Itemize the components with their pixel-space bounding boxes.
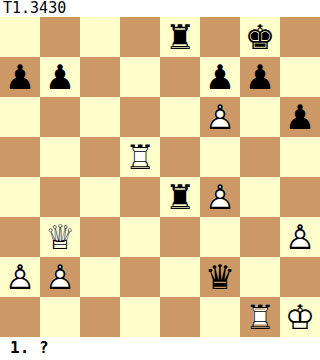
pawn-outline-layer: ♙ [0, 257, 40, 297]
square-e3[interactable] [160, 217, 200, 257]
rook-outline-layer: ♖ [120, 137, 160, 177]
square-d4[interactable] [120, 177, 160, 217]
square-e1[interactable] [160, 297, 200, 337]
square-d1[interactable] [120, 297, 160, 337]
square-c8[interactable] [80, 17, 120, 57]
square-d7[interactable] [120, 57, 160, 97]
square-b2[interactable]: ♟♙ [40, 257, 80, 297]
square-c4[interactable] [80, 177, 120, 217]
piece-black-king: ♚ [240, 17, 280, 57]
square-c5[interactable] [80, 137, 120, 177]
square-f6[interactable]: ♟♙ [200, 97, 240, 137]
square-c2[interactable] [80, 257, 120, 297]
piece-white-pawn: ♟♙ [0, 257, 40, 297]
puzzle-id: T1.3430 [0, 0, 320, 17]
square-f2[interactable]: ♛ [200, 257, 240, 297]
piece-white-pawn: ♟♙ [200, 97, 240, 137]
chess-board: ♜♚♟♟♟♟♟♙♟♜♖♜♟♙♛♕♟♙♟♙♟♙♛♜♖♚♔ [0, 17, 320, 337]
piece-white-pawn: ♟♙ [280, 217, 320, 257]
square-f7[interactable]: ♟ [200, 57, 240, 97]
square-g7[interactable]: ♟ [240, 57, 280, 97]
square-h2[interactable] [280, 257, 320, 297]
pawn-solid-layer: ♟ [40, 57, 80, 97]
pawn-outline-layer: ♙ [280, 217, 320, 257]
pawn-outline-layer: ♙ [200, 177, 240, 217]
rook-outline-layer: ♖ [240, 297, 280, 337]
square-f1[interactable] [200, 297, 240, 337]
pawn-solid-layer: ♟ [200, 57, 240, 97]
square-a4[interactable] [0, 177, 40, 217]
square-f5[interactable] [200, 137, 240, 177]
piece-black-rook: ♜ [160, 177, 200, 217]
square-c3[interactable] [80, 217, 120, 257]
square-e5[interactable] [160, 137, 200, 177]
rook-solid-layer: ♜ [160, 17, 200, 57]
square-a3[interactable] [0, 217, 40, 257]
square-b8[interactable] [40, 17, 80, 57]
square-a1[interactable] [0, 297, 40, 337]
square-a8[interactable] [0, 17, 40, 57]
square-a7[interactable]: ♟ [0, 57, 40, 97]
square-d5[interactable]: ♜♖ [120, 137, 160, 177]
square-h7[interactable] [280, 57, 320, 97]
piece-black-pawn: ♟ [0, 57, 40, 97]
move-prompt: 1. ? [0, 337, 320, 360]
square-b3[interactable]: ♛♕ [40, 217, 80, 257]
square-g3[interactable] [240, 217, 280, 257]
square-f4[interactable]: ♟♙ [200, 177, 240, 217]
square-d2[interactable] [120, 257, 160, 297]
square-c7[interactable] [80, 57, 120, 97]
square-b1[interactable] [40, 297, 80, 337]
piece-black-pawn: ♟ [280, 97, 320, 137]
square-d3[interactable] [120, 217, 160, 257]
square-e8[interactable]: ♜ [160, 17, 200, 57]
square-e7[interactable] [160, 57, 200, 97]
piece-white-queen: ♛♕ [40, 217, 80, 257]
square-e4[interactable]: ♜ [160, 177, 200, 217]
square-g1[interactable]: ♜♖ [240, 297, 280, 337]
square-g5[interactable] [240, 137, 280, 177]
square-g8[interactable]: ♚ [240, 17, 280, 57]
square-a5[interactable] [0, 137, 40, 177]
square-h4[interactable] [280, 177, 320, 217]
piece-white-rook: ♜♖ [120, 137, 160, 177]
piece-white-king: ♚♔ [280, 297, 320, 337]
pawn-solid-layer: ♟ [0, 57, 40, 97]
square-g4[interactable] [240, 177, 280, 217]
square-d6[interactable] [120, 97, 160, 137]
square-g2[interactable] [240, 257, 280, 297]
square-h1[interactable]: ♚♔ [280, 297, 320, 337]
piece-black-queen: ♛ [200, 257, 240, 297]
pawn-outline-layer: ♙ [40, 257, 80, 297]
piece-black-pawn: ♟ [40, 57, 80, 97]
square-f8[interactable] [200, 17, 240, 57]
square-b4[interactable] [40, 177, 80, 217]
square-e2[interactable] [160, 257, 200, 297]
piece-black-rook: ♜ [160, 17, 200, 57]
piece-black-pawn: ♟ [240, 57, 280, 97]
square-g6[interactable] [240, 97, 280, 137]
square-b7[interactable]: ♟ [40, 57, 80, 97]
square-h5[interactable] [280, 137, 320, 177]
king-outline-layer: ♔ [280, 297, 320, 337]
piece-black-pawn: ♟ [200, 57, 240, 97]
pawn-solid-layer: ♟ [280, 97, 320, 137]
pawn-outline-layer: ♙ [200, 97, 240, 137]
square-a2[interactable]: ♟♙ [0, 257, 40, 297]
square-a6[interactable] [0, 97, 40, 137]
square-e6[interactable] [160, 97, 200, 137]
square-f3[interactable] [200, 217, 240, 257]
queen-solid-layer: ♛ [200, 257, 240, 297]
rook-solid-layer: ♜ [160, 177, 200, 217]
chess-puzzle-app: T1.3430 ♜♚♟♟♟♟♟♙♟♜♖♜♟♙♛♕♟♙♟♙♟♙♛♜♖♚♔ 1. ? [0, 0, 320, 360]
square-c1[interactable] [80, 297, 120, 337]
square-h8[interactable] [280, 17, 320, 57]
square-c6[interactable] [80, 97, 120, 137]
piece-white-pawn: ♟♙ [200, 177, 240, 217]
square-b5[interactable] [40, 137, 80, 177]
queen-outline-layer: ♕ [40, 217, 80, 257]
pawn-solid-layer: ♟ [240, 57, 280, 97]
piece-white-pawn: ♟♙ [40, 257, 80, 297]
square-h6[interactable]: ♟ [280, 97, 320, 137]
square-d8[interactable] [120, 17, 160, 57]
square-h3[interactable]: ♟♙ [280, 217, 320, 257]
square-b6[interactable] [40, 97, 80, 137]
king-solid-layer: ♚ [240, 17, 280, 57]
piece-white-rook: ♜♖ [240, 297, 280, 337]
